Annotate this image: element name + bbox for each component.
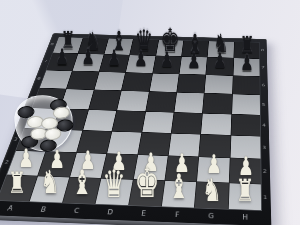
rank-label-right-5: 5 [262,103,265,107]
square-h3 [230,136,260,159]
square-f4 [172,112,203,134]
file-label-g: G [208,213,214,219]
square-e7 [153,56,181,74]
square-f7 [179,57,207,75]
square-d2 [102,154,137,179]
rank-label-left-2: 2 [4,160,9,165]
file-label-d: D [106,210,113,216]
file-label-b: B [40,207,47,213]
square-f6 [177,74,206,93]
square-g8 [208,41,234,58]
square-g1 [195,182,228,209]
square-e2 [133,155,167,180]
square-c3 [77,131,112,154]
square-e8 [156,40,183,56]
checker-disc-white [44,127,62,141]
square-c4 [83,110,116,131]
square-d7 [126,55,155,72]
square-h5 [232,94,260,114]
file-label-f: F [175,212,180,218]
square-f8 [182,41,209,58]
square-d3 [107,132,141,155]
square-g4 [201,113,231,135]
square-g5 [203,93,232,113]
square-d6 [122,73,152,92]
square-g7 [206,58,233,76]
square-d5 [117,91,148,111]
square-f3 [169,134,201,157]
square-d8 [130,39,158,55]
rank-label-right-2: 2 [263,169,267,174]
square-h4 [231,114,260,136]
square-h8 [234,42,259,59]
rank-label-left-8: 8 [50,43,54,46]
square-e3 [138,133,171,156]
square-b8 [79,38,108,54]
square-c2 [70,153,106,178]
file-label-h: H [242,215,248,221]
square-f5 [174,93,204,113]
file-label-e: E [141,211,147,217]
square-e5 [146,92,176,112]
square-f2 [165,156,198,181]
square-g3 [199,135,230,158]
square-h6 [233,76,260,95]
rank-label-left-6: 6 [37,77,42,81]
square-h2 [229,158,260,183]
file-label-c: C [73,208,80,214]
square-d1 [96,178,133,205]
square-f1 [162,181,197,208]
rank-label-right-1: 1 [263,195,267,200]
rank-label-right-7: 7 [261,66,264,69]
checker-disc-white [52,106,70,120]
square-c6 [94,72,125,91]
square-d4 [112,111,144,132]
square-c1 [63,177,101,204]
square-e1 [129,180,165,207]
square-c8 [104,39,133,55]
square-h1 [228,183,261,210]
square-b7 [73,54,103,71]
square-c7 [99,55,129,72]
square-g2 [197,157,229,182]
square-h7 [233,58,259,76]
file-label-a: A [6,206,13,212]
square-e6 [149,73,178,92]
square-g6 [205,75,233,94]
rank-label-right-3: 3 [263,145,267,150]
rank-label-left-3: 3 [13,137,18,141]
rank-label-left-7: 7 [43,59,47,62]
rank-label-right-8: 8 [261,49,264,52]
rank-label-right-6: 6 [262,84,265,88]
rank-label-right-4: 4 [262,123,266,127]
square-e4 [142,111,174,132]
photo-scene: ABCDEFGH8765432187654321 ♜♞♝♛♚♝♞♜♟♟♟♟♟♟♟… [0,0,300,225]
square-c5 [89,90,121,110]
